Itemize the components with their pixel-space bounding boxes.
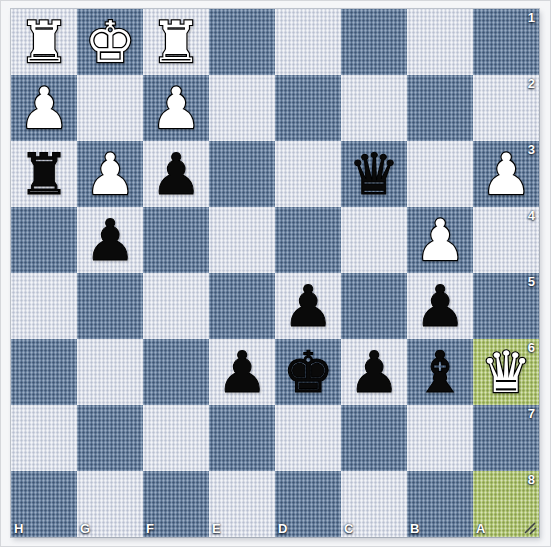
rank-label-5: 5 bbox=[528, 274, 535, 289]
square-b5[interactable]: ♟ bbox=[407, 273, 473, 339]
black-pawn[interactable]: ♟ bbox=[275, 273, 341, 339]
square-a2[interactable]: 2 bbox=[473, 75, 539, 141]
square-g8[interactable]: G bbox=[77, 471, 143, 537]
white-king[interactable]: ♚ bbox=[77, 9, 143, 75]
black-pawn[interactable]: ♟ bbox=[341, 339, 407, 405]
square-e4[interactable] bbox=[209, 207, 275, 273]
square-h3[interactable]: ♜ bbox=[11, 141, 77, 207]
square-a5[interactable]: 5 bbox=[473, 273, 539, 339]
square-b8[interactable]: B bbox=[407, 471, 473, 537]
square-d3[interactable] bbox=[275, 141, 341, 207]
rank-label-1: 1 bbox=[528, 10, 535, 25]
square-f7[interactable] bbox=[143, 405, 209, 471]
square-f6[interactable] bbox=[143, 339, 209, 405]
square-h5[interactable] bbox=[11, 273, 77, 339]
black-pawn[interactable]: ♟ bbox=[209, 339, 275, 405]
square-f1[interactable]: ♜ bbox=[143, 9, 209, 75]
white-pawn[interactable]: ♟ bbox=[11, 75, 77, 141]
square-d8[interactable]: D bbox=[275, 471, 341, 537]
square-g2[interactable] bbox=[77, 75, 143, 141]
square-h7[interactable] bbox=[11, 405, 77, 471]
square-d5[interactable]: ♟ bbox=[275, 273, 341, 339]
square-h1[interactable]: ♜ bbox=[11, 9, 77, 75]
square-a4[interactable]: 4 bbox=[473, 207, 539, 273]
square-c7[interactable] bbox=[341, 405, 407, 471]
chess-board-window: ♜♚♜1♟♟2♜♟♟♛♟3♟♟4♟♟5♟♚♟♝♛67HGFEDCBA8 bbox=[0, 0, 551, 547]
square-g6[interactable] bbox=[77, 339, 143, 405]
square-e7[interactable] bbox=[209, 405, 275, 471]
chess-board: ♜♚♜1♟♟2♜♟♟♛♟3♟♟4♟♟5♟♚♟♝♛67HGFEDCBA8 bbox=[11, 9, 539, 537]
square-a8[interactable]: A8 bbox=[473, 471, 539, 537]
square-f8[interactable]: F bbox=[143, 471, 209, 537]
square-d6[interactable]: ♚ bbox=[275, 339, 341, 405]
rank-label-4: 4 bbox=[528, 208, 535, 223]
square-g5[interactable] bbox=[77, 273, 143, 339]
black-queen[interactable]: ♛ bbox=[341, 141, 407, 207]
rank-label-7: 7 bbox=[528, 406, 535, 421]
square-c1[interactable] bbox=[341, 9, 407, 75]
black-pawn[interactable]: ♟ bbox=[143, 141, 209, 207]
square-e2[interactable] bbox=[209, 75, 275, 141]
file-label-g: G bbox=[80, 521, 90, 536]
square-b4[interactable]: ♟ bbox=[407, 207, 473, 273]
white-rook[interactable]: ♜ bbox=[11, 9, 77, 75]
square-e8[interactable]: E bbox=[209, 471, 275, 537]
file-label-b: B bbox=[410, 521, 419, 536]
square-b7[interactable] bbox=[407, 405, 473, 471]
square-d4[interactable] bbox=[275, 207, 341, 273]
black-pawn[interactable]: ♟ bbox=[407, 273, 473, 339]
file-label-e: E bbox=[212, 521, 221, 536]
white-pawn[interactable]: ♟ bbox=[77, 141, 143, 207]
square-e1[interactable] bbox=[209, 9, 275, 75]
square-b6[interactable]: ♝ bbox=[407, 339, 473, 405]
square-c6[interactable]: ♟ bbox=[341, 339, 407, 405]
square-f2[interactable]: ♟ bbox=[143, 75, 209, 141]
square-d7[interactable] bbox=[275, 405, 341, 471]
square-e3[interactable] bbox=[209, 141, 275, 207]
square-h8[interactable]: H bbox=[11, 471, 77, 537]
square-a1[interactable]: 1 bbox=[473, 9, 539, 75]
square-a6[interactable]: ♛6 bbox=[473, 339, 539, 405]
square-e6[interactable]: ♟ bbox=[209, 339, 275, 405]
file-label-d: D bbox=[278, 521, 287, 536]
white-pawn[interactable]: ♟ bbox=[143, 75, 209, 141]
rank-label-8: 8 bbox=[528, 472, 535, 487]
square-d1[interactable] bbox=[275, 9, 341, 75]
square-c3[interactable]: ♛ bbox=[341, 141, 407, 207]
square-c2[interactable] bbox=[341, 75, 407, 141]
square-g1[interactable]: ♚ bbox=[77, 9, 143, 75]
file-label-c: C bbox=[344, 521, 353, 536]
file-label-h: H bbox=[14, 521, 23, 536]
square-g3[interactable]: ♟ bbox=[77, 141, 143, 207]
square-h6[interactable] bbox=[11, 339, 77, 405]
square-c8[interactable]: C bbox=[341, 471, 407, 537]
white-pawn[interactable]: ♟ bbox=[407, 207, 473, 273]
resize-handle-icon[interactable] bbox=[523, 521, 537, 535]
square-b1[interactable] bbox=[407, 9, 473, 75]
file-label-a: A bbox=[476, 521, 485, 536]
square-g7[interactable] bbox=[77, 405, 143, 471]
black-bishop[interactable]: ♝ bbox=[407, 339, 473, 405]
white-rook[interactable]: ♜ bbox=[143, 9, 209, 75]
rank-label-6: 6 bbox=[528, 340, 535, 355]
square-f3[interactable]: ♟ bbox=[143, 141, 209, 207]
black-king[interactable]: ♚ bbox=[275, 339, 341, 405]
rank-label-3: 3 bbox=[528, 142, 535, 157]
square-e5[interactable] bbox=[209, 273, 275, 339]
square-c5[interactable] bbox=[341, 273, 407, 339]
square-a3[interactable]: ♟3 bbox=[473, 141, 539, 207]
square-h2[interactable]: ♟ bbox=[11, 75, 77, 141]
square-b3[interactable] bbox=[407, 141, 473, 207]
square-a7[interactable]: 7 bbox=[473, 405, 539, 471]
square-f4[interactable] bbox=[143, 207, 209, 273]
black-pawn[interactable]: ♟ bbox=[77, 207, 143, 273]
square-h4[interactable] bbox=[11, 207, 77, 273]
square-d2[interactable] bbox=[275, 75, 341, 141]
square-f5[interactable] bbox=[143, 273, 209, 339]
square-g4[interactable]: ♟ bbox=[77, 207, 143, 273]
rank-label-2: 2 bbox=[528, 76, 535, 91]
square-b2[interactable] bbox=[407, 75, 473, 141]
square-c4[interactable] bbox=[341, 207, 407, 273]
black-rook[interactable]: ♜ bbox=[11, 141, 77, 207]
file-label-f: F bbox=[146, 521, 154, 536]
